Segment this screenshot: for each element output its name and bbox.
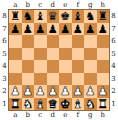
square-f5[interactable] [72, 48, 85, 61]
piece-white-queen: ♛ [48, 98, 58, 111]
square-e1[interactable]: ♚ [59, 98, 72, 111]
square-g3[interactable] [84, 73, 97, 86]
rank-label-4: 4 [109, 60, 118, 73]
piece-black-rook: ♜ [10, 10, 20, 23]
square-e7[interactable]: ♟ [59, 23, 72, 36]
square-d4[interactable] [47, 60, 60, 73]
square-d5[interactable] [47, 48, 60, 61]
square-d3[interactable] [47, 73, 60, 86]
file-label-a: a [9, 0, 22, 10]
file-label-g: g [84, 0, 97, 10]
piece-white-bishop: ♝ [35, 98, 45, 111]
square-b3[interactable] [22, 73, 35, 86]
square-h6[interactable] [97, 35, 110, 48]
file-label-c: c [34, 0, 47, 10]
rank-label-3: 3 [0, 73, 9, 86]
file-label-d: d [47, 110, 60, 120]
square-g4[interactable] [84, 60, 97, 73]
square-a4[interactable] [9, 60, 22, 73]
square-d7[interactable]: ♟ [47, 23, 60, 36]
rank-label-1: 1 [109, 98, 118, 111]
piece-white-pawn: ♟ [35, 85, 45, 98]
square-f3[interactable] [72, 73, 85, 86]
piece-white-pawn: ♟ [48, 85, 58, 98]
rank-label-2: 2 [0, 85, 9, 98]
piece-black-pawn: ♟ [10, 23, 20, 36]
rank-label-3: 3 [109, 73, 118, 86]
file-label-b: b [22, 110, 35, 120]
piece-white-bishop: ♝ [73, 98, 83, 111]
piece-black-pawn: ♟ [85, 23, 95, 36]
file-label-d: d [47, 0, 60, 10]
piece-black-pawn: ♟ [23, 23, 33, 36]
square-g6[interactable] [84, 35, 97, 48]
square-a6[interactable] [9, 35, 22, 48]
square-c5[interactable] [34, 48, 47, 61]
square-d8[interactable]: ♛ [47, 10, 60, 23]
square-f7[interactable]: ♟ [72, 23, 85, 36]
rank-label-7: 7 [109, 23, 118, 36]
file-label-b: b [22, 0, 35, 10]
file-label-e: e [59, 110, 72, 120]
piece-white-pawn: ♟ [60, 85, 70, 98]
piece-white-knight: ♞ [23, 98, 33, 111]
square-g8[interactable]: ♞ [84, 10, 97, 23]
piece-white-pawn: ♟ [98, 85, 108, 98]
square-f1[interactable]: ♝ [72, 98, 85, 111]
square-g1[interactable]: ♞ [84, 98, 97, 111]
rank-label-6: 6 [109, 35, 118, 48]
piece-white-knight: ♞ [85, 98, 95, 111]
file-labels-bottom: abcdefgh [9, 110, 109, 120]
piece-white-pawn: ♟ [85, 85, 95, 98]
square-h4[interactable] [97, 60, 110, 73]
square-e8[interactable]: ♚ [59, 10, 72, 23]
square-e3[interactable] [59, 73, 72, 86]
piece-white-pawn: ♟ [10, 85, 20, 98]
file-labels-top: abcdefgh [9, 0, 109, 10]
rank-label-5: 5 [0, 48, 9, 61]
square-c3[interactable] [34, 73, 47, 86]
piece-black-pawn: ♟ [98, 23, 108, 36]
rank-label-2: 2 [109, 85, 118, 98]
chess-board-diagram: abcdefgh 87654321 ♜♞♝♛♚♝♞♜♟♟♟♟♟♟♟♟♟♟♟♟♟♟… [0, 0, 118, 120]
file-label-h: h [97, 110, 110, 120]
square-c2[interactable]: ♟ [34, 85, 47, 98]
square-h8[interactable]: ♜ [97, 10, 110, 23]
square-b4[interactable] [22, 60, 35, 73]
square-e2[interactable]: ♟ [59, 85, 72, 98]
file-label-c: c [34, 110, 47, 120]
square-e4[interactable] [59, 60, 72, 73]
square-a8[interactable]: ♜ [9, 10, 22, 23]
file-label-f: f [72, 110, 85, 120]
rank-label-5: 5 [109, 48, 118, 61]
square-f4[interactable] [72, 60, 85, 73]
piece-black-pawn: ♟ [60, 23, 70, 36]
piece-white-pawn: ♟ [23, 85, 33, 98]
piece-black-pawn: ♟ [48, 23, 58, 36]
file-label-e: e [59, 0, 72, 10]
rank-label-7: 7 [0, 23, 9, 36]
rank-label-8: 8 [109, 10, 118, 23]
rank-labels-right: 87654321 [109, 10, 118, 110]
piece-black-rook: ♜ [98, 10, 108, 23]
piece-white-king: ♚ [60, 98, 70, 111]
square-f6[interactable] [72, 35, 85, 48]
file-label-a: a [9, 110, 22, 120]
piece-white-pawn: ♟ [73, 85, 83, 98]
piece-white-rook: ♜ [98, 98, 108, 111]
chess-board: ♜♞♝♛♚♝♞♜♟♟♟♟♟♟♟♟♟♟♟♟♟♟♟♟♜♞♝♛♚♝♞♜ [9, 10, 109, 110]
square-g7[interactable]: ♟ [84, 23, 97, 36]
square-c4[interactable] [34, 60, 47, 73]
piece-black-pawn: ♟ [35, 23, 45, 36]
square-d1[interactable]: ♛ [47, 98, 60, 111]
square-b8[interactable]: ♞ [22, 10, 35, 23]
square-d2[interactable]: ♟ [47, 85, 60, 98]
file-label-g: g [84, 110, 97, 120]
piece-black-bishop: ♝ [73, 10, 83, 23]
square-f8[interactable]: ♝ [72, 10, 85, 23]
file-label-h: h [97, 0, 110, 10]
piece-black-queen: ♛ [48, 10, 58, 23]
piece-black-bishop: ♝ [35, 10, 45, 23]
square-h2[interactable]: ♟ [97, 85, 110, 98]
file-label-f: f [72, 0, 85, 10]
square-c6[interactable] [34, 35, 47, 48]
square-a1[interactable]: ♜ [9, 98, 22, 111]
square-c1[interactable]: ♝ [34, 98, 47, 111]
piece-black-pawn: ♟ [73, 23, 83, 36]
square-e6[interactable] [59, 35, 72, 48]
square-a3[interactable] [9, 73, 22, 86]
square-b7[interactable]: ♟ [22, 23, 35, 36]
square-b6[interactable] [22, 35, 35, 48]
rank-label-1: 1 [0, 98, 9, 111]
square-c8[interactable]: ♝ [34, 10, 47, 23]
square-c7[interactable]: ♟ [34, 23, 47, 36]
square-a7[interactable]: ♟ [9, 23, 22, 36]
square-a5[interactable] [9, 48, 22, 61]
square-b5[interactable] [22, 48, 35, 61]
rank-label-4: 4 [0, 60, 9, 73]
piece-black-knight: ♞ [23, 10, 33, 23]
square-f2[interactable]: ♟ [72, 85, 85, 98]
piece-black-king: ♚ [60, 10, 70, 23]
rank-label-8: 8 [0, 10, 9, 23]
square-a2[interactable]: ♟ [9, 85, 22, 98]
square-h1[interactable]: ♜ [97, 98, 110, 111]
piece-black-knight: ♞ [85, 10, 95, 23]
square-h3[interactable] [97, 73, 110, 86]
square-h7[interactable]: ♟ [97, 23, 110, 36]
square-g5[interactable] [84, 48, 97, 61]
square-g2[interactable]: ♟ [84, 85, 97, 98]
square-e5[interactable] [59, 48, 72, 61]
rank-labels-left: 87654321 [0, 10, 9, 110]
rank-label-6: 6 [0, 35, 9, 48]
square-b2[interactable]: ♟ [22, 85, 35, 98]
square-b1[interactable]: ♞ [22, 98, 35, 111]
square-d6[interactable] [47, 35, 60, 48]
piece-white-rook: ♜ [10, 98, 20, 111]
square-h5[interactable] [97, 48, 110, 61]
